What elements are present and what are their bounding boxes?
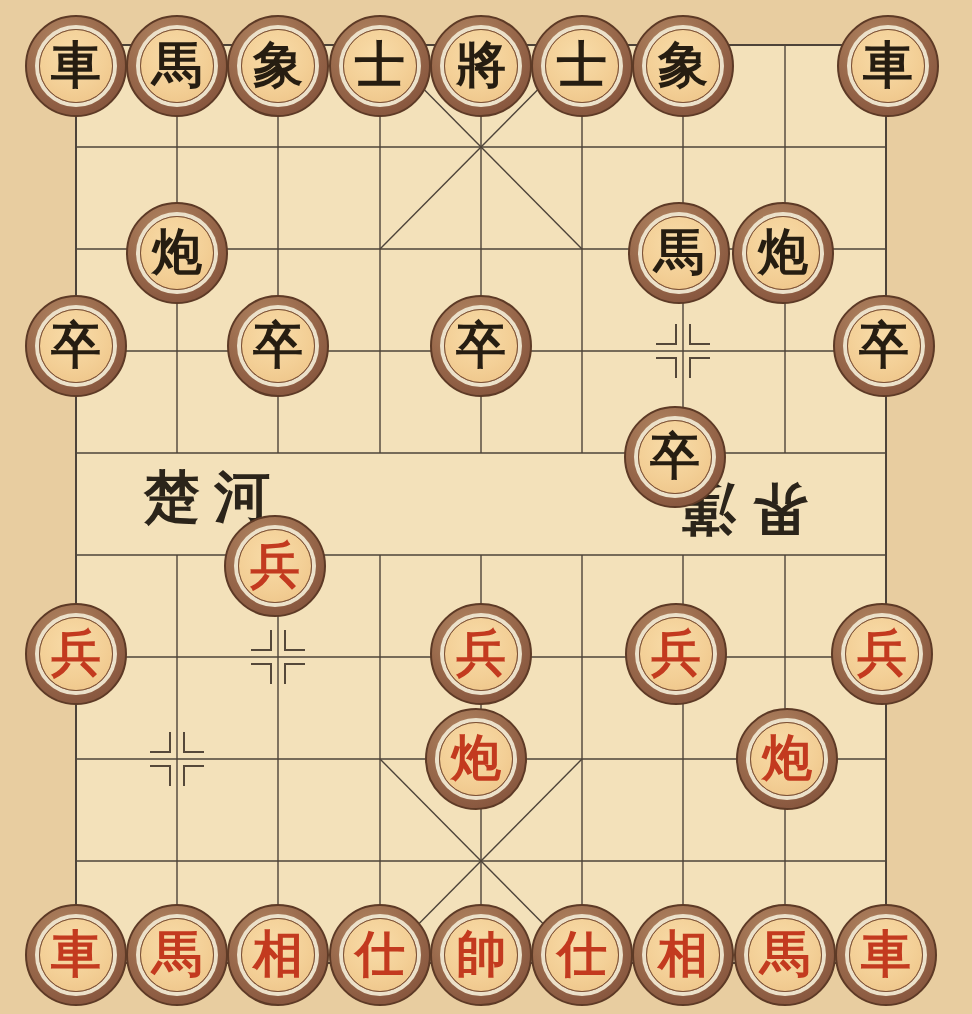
point-marker-corner — [284, 630, 305, 651]
piece-black-horse[interactable]: 馬 — [628, 202, 730, 304]
piece-face: 馬 — [140, 29, 214, 103]
point-marker-corner — [150, 732, 171, 753]
piece-glyph: 卒 — [859, 320, 909, 370]
piece-glyph: 車 — [863, 40, 913, 90]
piece-face: 車 — [851, 29, 925, 103]
piece-red-horse[interactable]: 馬 — [126, 904, 228, 1006]
piece-glyph: 馬 — [152, 929, 202, 979]
piece-face: 仕 — [343, 918, 417, 992]
piece-glyph: 馬 — [654, 227, 704, 277]
piece-red-soldier[interactable]: 兵 — [25, 603, 127, 705]
piece-face: 炮 — [750, 722, 824, 796]
piece-glyph: 卒 — [456, 320, 506, 370]
piece-glyph: 卒 — [650, 431, 700, 481]
piece-red-chariot[interactable]: 車 — [835, 904, 937, 1006]
piece-glyph: 車 — [51, 929, 101, 979]
piece-glyph: 象 — [658, 40, 708, 90]
piece-black-elephant[interactable]: 象 — [632, 15, 734, 117]
piece-glyph: 相 — [253, 929, 303, 979]
piece-red-advisor[interactable]: 仕 — [329, 904, 431, 1006]
piece-face: 士 — [343, 29, 417, 103]
piece-face: 馬 — [642, 216, 716, 290]
river-label-char: 楚 — [144, 468, 200, 524]
piece-face: 兵 — [444, 617, 518, 691]
piece-red-elephant[interactable]: 相 — [632, 904, 734, 1006]
piece-red-horse[interactable]: 馬 — [734, 904, 836, 1006]
piece-glyph: 馬 — [760, 929, 810, 979]
piece-red-cannon[interactable]: 炮 — [736, 708, 838, 810]
piece-glyph: 象 — [253, 40, 303, 90]
piece-face: 仕 — [545, 918, 619, 992]
piece-glyph: 馬 — [152, 40, 202, 90]
piece-face: 炮 — [140, 216, 214, 290]
point-marker-corner — [183, 765, 204, 786]
point-marker-corner — [656, 324, 677, 345]
point-marker-corner — [251, 630, 272, 651]
piece-black-advisor[interactable]: 士 — [531, 15, 633, 117]
piece-glyph: 車 — [861, 929, 911, 979]
piece-black-general[interactable]: 將 — [430, 15, 532, 117]
piece-glyph: 炮 — [758, 227, 808, 277]
piece-glyph: 士 — [557, 40, 607, 90]
point-marker-corner — [689, 357, 710, 378]
xiangqi-board[interactable]: 楚河 漢界 車馬象士將士象車炮馬炮卒卒卒卒卒兵兵兵兵兵炮炮車馬相仕帥仕相馬車 — [0, 0, 972, 1014]
piece-face: 炮 — [746, 216, 820, 290]
piece-face: 車 — [849, 918, 923, 992]
piece-face: 車 — [39, 918, 113, 992]
piece-face: 車 — [39, 29, 113, 103]
piece-face: 帥 — [444, 918, 518, 992]
piece-face: 卒 — [241, 309, 315, 383]
piece-face: 象 — [241, 29, 315, 103]
piece-black-chariot[interactable]: 車 — [837, 15, 939, 117]
piece-face: 相 — [646, 918, 720, 992]
piece-glyph: 仕 — [355, 929, 405, 979]
piece-red-elephant[interactable]: 相 — [227, 904, 329, 1006]
piece-glyph: 炮 — [762, 733, 812, 783]
piece-red-general[interactable]: 帥 — [430, 904, 532, 1006]
point-marker-corner — [284, 663, 305, 684]
piece-glyph: 兵 — [250, 540, 300, 590]
piece-face: 卒 — [39, 309, 113, 383]
point-marker-corner — [150, 765, 171, 786]
river-label-char: 界 — [752, 482, 808, 538]
piece-glyph: 士 — [355, 40, 405, 90]
point-marker-corner — [656, 357, 677, 378]
piece-face: 炮 — [439, 722, 513, 796]
piece-glyph: 相 — [658, 929, 708, 979]
piece-red-soldier[interactable]: 兵 — [625, 603, 727, 705]
piece-face: 馬 — [140, 918, 214, 992]
point-marker-corner — [251, 663, 272, 684]
piece-glyph: 車 — [51, 40, 101, 90]
piece-glyph: 帥 — [456, 929, 506, 979]
piece-face: 士 — [545, 29, 619, 103]
point-marker-corner — [689, 324, 710, 345]
piece-face: 兵 — [238, 529, 312, 603]
piece-red-chariot[interactable]: 車 — [25, 904, 127, 1006]
piece-face: 兵 — [39, 617, 113, 691]
piece-glyph: 卒 — [253, 320, 303, 370]
piece-face: 象 — [646, 29, 720, 103]
piece-face: 兵 — [845, 617, 919, 691]
piece-face: 馬 — [748, 918, 822, 992]
piece-glyph: 卒 — [51, 320, 101, 370]
piece-glyph: 炮 — [152, 227, 202, 277]
piece-black-chariot[interactable]: 車 — [25, 15, 127, 117]
piece-glyph: 兵 — [51, 628, 101, 678]
piece-red-soldier[interactable]: 兵 — [831, 603, 933, 705]
piece-face: 相 — [241, 918, 315, 992]
piece-face: 兵 — [639, 617, 713, 691]
piece-glyph: 兵 — [857, 628, 907, 678]
piece-red-soldier[interactable]: 兵 — [224, 515, 326, 617]
piece-red-cannon[interactable]: 炮 — [425, 708, 527, 810]
piece-face: 卒 — [638, 420, 712, 494]
piece-black-horse[interactable]: 馬 — [126, 15, 228, 117]
piece-face: 卒 — [847, 309, 921, 383]
piece-glyph: 仕 — [557, 929, 607, 979]
piece-glyph: 炮 — [451, 733, 501, 783]
piece-black-soldier[interactable]: 卒 — [227, 295, 329, 397]
piece-black-soldier[interactable]: 卒 — [430, 295, 532, 397]
piece-red-soldier[interactable]: 兵 — [430, 603, 532, 705]
piece-black-soldier[interactable]: 卒 — [25, 295, 127, 397]
piece-black-advisor[interactable]: 士 — [329, 15, 431, 117]
piece-face: 將 — [444, 29, 518, 103]
point-marker-corner — [183, 732, 204, 753]
piece-red-advisor[interactable]: 仕 — [531, 904, 633, 1006]
piece-glyph: 兵 — [456, 628, 506, 678]
piece-glyph: 將 — [456, 40, 506, 90]
piece-black-cannon[interactable]: 炮 — [732, 202, 834, 304]
piece-black-soldier[interactable]: 卒 — [624, 406, 726, 508]
piece-black-soldier[interactable]: 卒 — [833, 295, 935, 397]
piece-face: 卒 — [444, 309, 518, 383]
piece-glyph: 兵 — [651, 628, 701, 678]
piece-black-cannon[interactable]: 炮 — [126, 202, 228, 304]
river-label-left: 楚河 — [144, 468, 270, 524]
piece-black-elephant[interactable]: 象 — [227, 15, 329, 117]
